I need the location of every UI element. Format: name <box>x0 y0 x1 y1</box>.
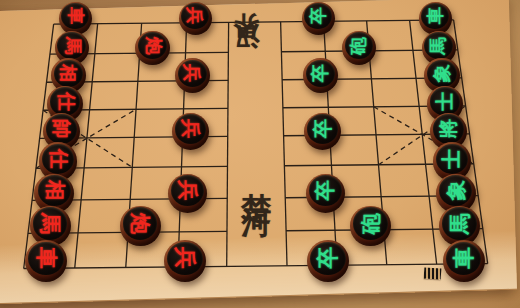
red-character-glyph: 車 <box>35 247 57 269</box>
piece-face: 砲 <box>345 32 374 59</box>
piece-green-soldier[interactable]: 卒 <box>307 240 349 282</box>
red-character-glyph: 仕 <box>56 92 75 111</box>
green-character-glyph: 車 <box>453 247 475 269</box>
piece-red-cannon[interactable]: 炮 <box>135 31 169 65</box>
green-character-glyph: 將 <box>439 119 458 138</box>
piece-red-soldier[interactable]: 兵 <box>172 113 209 150</box>
red-character-glyph: 兵 <box>183 64 201 82</box>
piece-green-chariot[interactable]: 車 <box>443 240 485 282</box>
piece-red-soldier[interactable]: 兵 <box>164 240 206 282</box>
red-character-glyph: 仕 <box>48 149 68 169</box>
piece-face: 兵 <box>175 114 206 143</box>
piece-green-soldier[interactable]: 卒 <box>306 174 345 213</box>
piece-face: 馬 <box>442 207 476 239</box>
red-character-glyph: 車 <box>67 7 84 24</box>
pieces-layer: 車兵卒車馬炮砲馬相兵卒象仕士帥兵卒將仕士相兵卒象馬炮砲馬車兵卒車 <box>0 0 520 308</box>
piece-red-soldier[interactable]: 兵 <box>179 2 212 35</box>
red-character-glyph: 兵 <box>177 180 198 201</box>
piece-red-soldier[interactable]: 兵 <box>175 58 210 93</box>
red-character-glyph: 相 <box>59 64 77 82</box>
piece-green-soldier[interactable]: 卒 <box>302 2 335 35</box>
piece-face: 車 <box>28 242 63 275</box>
piece-face: 將 <box>433 114 464 143</box>
piece-face: 帥 <box>46 114 77 143</box>
piece-face: 兵 <box>171 175 204 206</box>
piece-red-chariot[interactable]: 車 <box>25 240 67 282</box>
piece-face: 卒 <box>304 3 332 29</box>
piece-face: 馬 <box>57 32 86 59</box>
piece-face: 卒 <box>306 60 336 88</box>
piece-face: 卒 <box>309 175 342 206</box>
red-character-glyph: 兵 <box>186 7 203 24</box>
xiangqi-photo-scene: 楚河 汉界 車兵卒車馬炮砲馬相兵卒象仕士帥兵卒將仕士相兵卒象馬炮砲馬車兵卒車 <box>0 0 520 308</box>
piece-red-soldier[interactable]: 兵 <box>168 174 207 213</box>
piece-face: 馬 <box>424 32 453 59</box>
red-character-glyph: 帥 <box>52 119 71 138</box>
piece-face: 仕 <box>42 144 74 174</box>
piece-face: 車 <box>421 3 449 29</box>
piece-green-soldier[interactable]: 卒 <box>304 113 341 150</box>
piece-face: 車 <box>61 3 89 29</box>
piece-face: 相 <box>54 60 84 88</box>
piece-face: 炮 <box>123 207 157 239</box>
piece-face: 士 <box>436 144 468 174</box>
green-character-glyph: 象 <box>433 64 451 82</box>
piece-face: 士 <box>430 87 460 116</box>
green-character-glyph: 士 <box>436 92 455 111</box>
green-character-glyph: 馬 <box>449 213 470 234</box>
piece-green-cannon[interactable]: 砲 <box>350 206 391 247</box>
piece-face: 兵 <box>181 3 209 29</box>
piece-green-cannon[interactable]: 砲 <box>342 31 376 65</box>
green-character-glyph: 卒 <box>311 64 329 82</box>
red-character-glyph: 馬 <box>40 213 61 234</box>
green-character-glyph: 卒 <box>315 180 336 201</box>
red-character-glyph: 炮 <box>144 37 162 55</box>
green-character-glyph: 砲 <box>350 37 368 55</box>
green-character-glyph: 卒 <box>317 247 339 269</box>
piece-face: 卒 <box>310 242 345 275</box>
red-character-glyph: 相 <box>44 180 65 201</box>
green-character-glyph: 象 <box>445 180 466 201</box>
piece-face: 兵 <box>178 60 208 88</box>
green-character-glyph: 卒 <box>313 119 332 138</box>
piece-face: 相 <box>38 175 71 206</box>
piece-face: 象 <box>427 60 457 88</box>
green-character-glyph: 車 <box>427 7 444 24</box>
piece-face: 車 <box>446 242 481 275</box>
piece-red-chariot[interactable]: 車 <box>59 2 92 35</box>
green-character-glyph: 馬 <box>430 37 448 55</box>
green-character-glyph: 士 <box>442 149 462 169</box>
green-character-glyph: 砲 <box>360 213 381 234</box>
piece-face: 兵 <box>167 242 202 275</box>
red-character-glyph: 馬 <box>63 37 81 55</box>
red-character-glyph: 炮 <box>130 213 151 234</box>
green-character-glyph: 卒 <box>310 7 327 24</box>
piece-face: 砲 <box>353 207 387 239</box>
piece-face: 象 <box>439 175 472 206</box>
piece-face: 馬 <box>33 207 67 239</box>
piece-red-cannon[interactable]: 炮 <box>120 206 161 247</box>
red-character-glyph: 兵 <box>174 247 196 269</box>
piece-face: 炮 <box>138 32 167 59</box>
piece-green-soldier[interactable]: 卒 <box>303 58 338 93</box>
piece-green-chariot[interactable]: 車 <box>419 2 452 35</box>
red-character-glyph: 兵 <box>181 119 200 138</box>
piece-face: 仕 <box>50 87 80 116</box>
piece-face: 卒 <box>307 114 338 143</box>
